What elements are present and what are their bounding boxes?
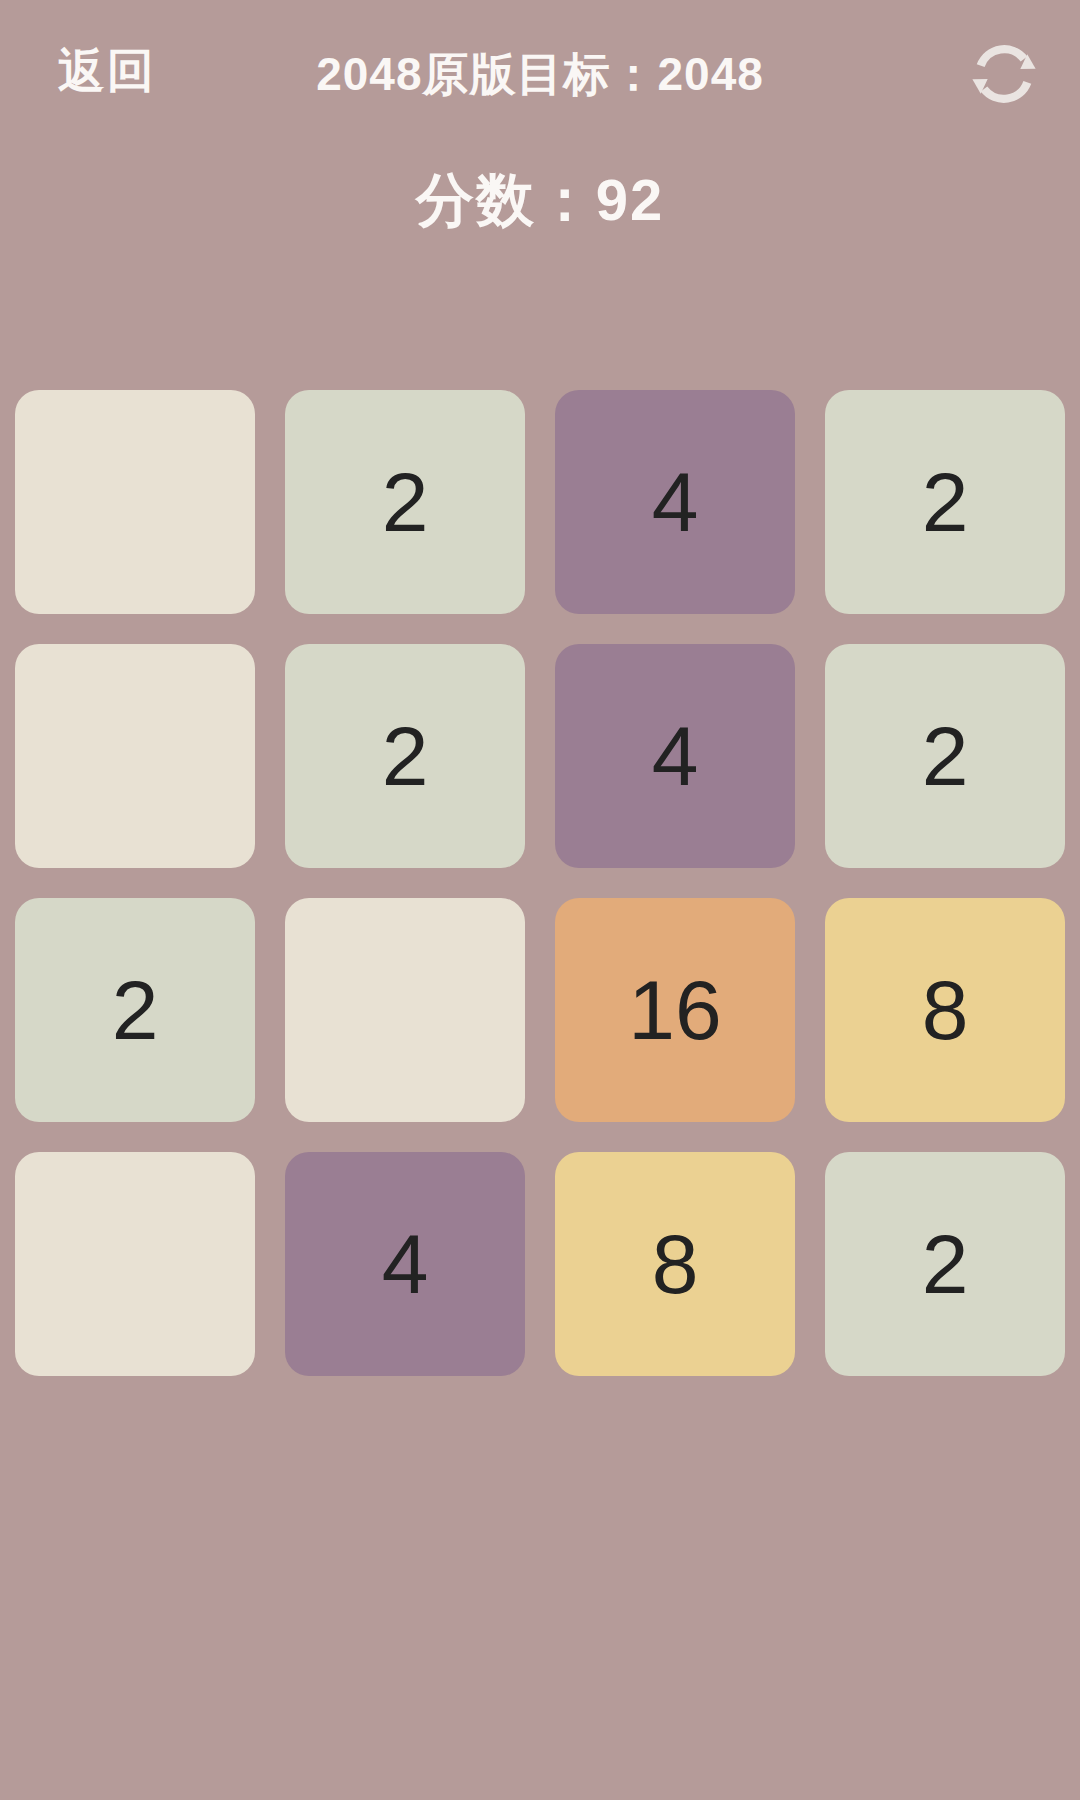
top-bar: 返回 2048原版目标：2048 <box>0 0 1080 140</box>
tile-r2c2-2: 2 <box>285 644 525 868</box>
page-title: 2048原版目标：2048 <box>0 44 1080 106</box>
tile-r3c4-8: 8 <box>825 898 1065 1122</box>
tile-r2c1-empty <box>15 644 255 868</box>
refresh-button[interactable] <box>956 26 1052 122</box>
tile-r3c1-2: 2 <box>15 898 255 1122</box>
tile-r2c4-2: 2 <box>825 644 1065 868</box>
tile-r4c4-2: 2 <box>825 1152 1065 1376</box>
tile-r1c4-2: 2 <box>825 390 1065 614</box>
score-text: 分数：92 <box>0 162 1080 240</box>
tile-r4c3-8: 8 <box>555 1152 795 1376</box>
tile-r4c1-empty <box>15 1152 255 1376</box>
tile-r1c2-2: 2 <box>285 390 525 614</box>
tile-r4c2-4: 4 <box>285 1152 525 1376</box>
board[interactable]: 2422422168482 <box>15 390 1065 1376</box>
refresh-icon <box>964 34 1044 114</box>
tile-r1c3-4: 4 <box>555 390 795 614</box>
tile-r3c2-empty <box>285 898 525 1122</box>
tile-r1c1-empty <box>15 390 255 614</box>
tile-r3c3-16: 16 <box>555 898 795 1122</box>
tile-r2c3-4: 4 <box>555 644 795 868</box>
app-screen: 返回 2048原版目标：2048 分数：92 2422422168482 <box>0 0 1080 1800</box>
